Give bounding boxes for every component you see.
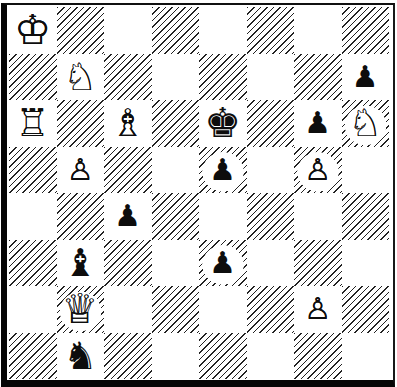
- square-c5: [104, 147, 152, 194]
- square-g4: [294, 193, 342, 240]
- square-a7: [9, 54, 57, 101]
- black-knight-b1: ♞: [57, 333, 105, 380]
- square-c1: [104, 333, 152, 380]
- square-d4: [152, 193, 200, 240]
- square-d3: [152, 240, 200, 287]
- white-queen-b2: ♕: [57, 286, 105, 333]
- square-e8: [199, 7, 247, 54]
- white-knight-h6: ♘: [342, 100, 390, 147]
- square-f5: [247, 147, 295, 194]
- square-c3: [104, 240, 152, 287]
- square-b4: [57, 193, 105, 240]
- white-king-a8: ♔: [9, 7, 57, 54]
- square-e6: ♚: [199, 100, 247, 147]
- square-b5: ♙: [57, 147, 105, 194]
- square-h2: [342, 286, 390, 333]
- square-f7: [247, 54, 295, 101]
- square-g3: [294, 240, 342, 287]
- square-b7: ♘: [57, 54, 105, 101]
- square-h3: [342, 240, 390, 287]
- square-h7: ♟: [342, 54, 390, 101]
- black-pawn-e5: ♟: [199, 147, 247, 194]
- square-d1: [152, 333, 200, 380]
- square-a6: ♖: [9, 100, 57, 147]
- square-b3: ♝: [57, 240, 105, 287]
- square-g7: [294, 54, 342, 101]
- white-knight-b7: ♘: [57, 54, 105, 101]
- square-d7: [152, 54, 200, 101]
- square-f1: [247, 333, 295, 380]
- square-g2: ♙: [294, 286, 342, 333]
- black-pawn-g6: ♟: [294, 100, 342, 147]
- square-a3: [9, 240, 57, 287]
- square-b1: ♞: [57, 333, 105, 380]
- square-d8: [152, 7, 200, 54]
- square-a8: ♔: [9, 7, 57, 54]
- square-f8: [247, 7, 295, 54]
- square-g6: ♟: [294, 100, 342, 147]
- square-e3: ♟: [199, 240, 247, 287]
- square-b6: [57, 100, 105, 147]
- square-c6: ♗: [104, 100, 152, 147]
- black-pawn-e3: ♟: [199, 240, 247, 287]
- white-rook-a6: ♖: [9, 100, 57, 147]
- square-h4: [342, 193, 390, 240]
- square-c7: [104, 54, 152, 101]
- square-g8: [294, 7, 342, 54]
- black-pawn-c4: ♟: [104, 193, 152, 240]
- square-f2: [247, 286, 295, 333]
- square-a1: [9, 333, 57, 380]
- square-d5: [152, 147, 200, 194]
- square-h8: [342, 7, 390, 54]
- chess-board: ♔♘♟♖♗♚♟♘♙♟♙♟♝♟♕♙♞: [9, 7, 389, 379]
- square-f4: [247, 193, 295, 240]
- square-g5: ♙: [294, 147, 342, 194]
- white-pawn-g2: ♙: [294, 286, 342, 333]
- square-e7: [199, 54, 247, 101]
- black-pawn-h7: ♟: [342, 54, 390, 101]
- black-king-e6: ♚: [199, 100, 247, 147]
- square-e1: [199, 333, 247, 380]
- square-d6: [152, 100, 200, 147]
- black-bishop-b3: ♝: [57, 240, 105, 287]
- chess-diagram: ♔♘♟♖♗♚♟♘♙♟♙♟♝♟♕♙♞: [0, 0, 397, 387]
- square-e4: [199, 193, 247, 240]
- square-h5: [342, 147, 390, 194]
- white-pawn-b5: ♙: [57, 147, 105, 194]
- square-c8: [104, 7, 152, 54]
- square-g1: [294, 333, 342, 380]
- square-a5: [9, 147, 57, 194]
- white-pawn-g5: ♙: [294, 147, 342, 194]
- square-c2: [104, 286, 152, 333]
- square-h6: ♘: [342, 100, 390, 147]
- square-d2: [152, 286, 200, 333]
- square-f3: [247, 240, 295, 287]
- square-e2: [199, 286, 247, 333]
- square-h1: [342, 333, 390, 380]
- square-a4: [9, 193, 57, 240]
- square-c4: ♟: [104, 193, 152, 240]
- white-bishop-c6: ♗: [104, 100, 152, 147]
- square-e5: ♟: [199, 147, 247, 194]
- square-b8: [57, 7, 105, 54]
- square-b2: ♕: [57, 286, 105, 333]
- square-a2: [9, 286, 57, 333]
- square-f6: [247, 100, 295, 147]
